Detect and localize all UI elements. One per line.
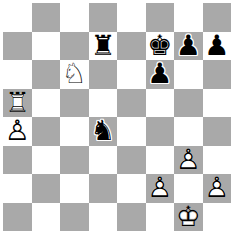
square-g3[interactable]: ♟♙ — [174, 146, 203, 175]
square-h2[interactable]: ♟♙ — [203, 174, 232, 203]
square-d7[interactable]: ♜ — [89, 32, 118, 61]
square-h3[interactable] — [203, 146, 232, 175]
square-c1[interactable] — [60, 203, 89, 232]
square-a6[interactable] — [3, 60, 32, 89]
white-pawn[interactable]: ♟♙ — [174, 146, 203, 175]
square-f3[interactable] — [146, 146, 175, 175]
square-c3[interactable] — [60, 146, 89, 175]
square-d1[interactable] — [89, 203, 118, 232]
square-d3[interactable] — [89, 146, 118, 175]
chess-diagram: ♜♚♟♟♞♘♟♜♖♟♙♞♟♙♟♙♟♙♚♔ — [0, 0, 234, 234]
piece-outline-glyph: ♙ — [204, 174, 229, 202]
square-e1[interactable] — [117, 203, 146, 232]
square-b4[interactable] — [32, 117, 61, 146]
square-h7[interactable]: ♟ — [203, 32, 232, 61]
square-d2[interactable] — [89, 174, 118, 203]
square-f7[interactable]: ♚ — [146, 32, 175, 61]
square-c7[interactable] — [60, 32, 89, 61]
square-b1[interactable] — [32, 203, 61, 232]
piece-glyph: ♞ — [90, 117, 115, 145]
square-a8[interactable] — [3, 3, 32, 32]
square-d4[interactable]: ♞ — [89, 117, 118, 146]
black-pawn[interactable]: ♟ — [203, 32, 232, 61]
square-d5[interactable] — [89, 89, 118, 118]
black-king[interactable]: ♚ — [146, 32, 175, 61]
square-b7[interactable] — [32, 32, 61, 61]
piece-outline-glyph: ♙ — [5, 117, 30, 145]
black-rook[interactable]: ♜ — [89, 32, 118, 61]
square-b5[interactable] — [32, 89, 61, 118]
square-a3[interactable] — [3, 146, 32, 175]
square-g8[interactable] — [174, 3, 203, 32]
square-c8[interactable] — [60, 3, 89, 32]
square-g1[interactable]: ♚♔ — [174, 203, 203, 232]
square-b3[interactable] — [32, 146, 61, 175]
piece-glyph: ♚ — [147, 32, 172, 60]
square-e4[interactable] — [117, 117, 146, 146]
white-pawn[interactable]: ♟♙ — [203, 174, 232, 203]
square-c6[interactable]: ♞♘ — [60, 60, 89, 89]
piece-outline-glyph: ♘ — [62, 60, 87, 88]
white-pawn[interactable]: ♟♙ — [146, 174, 175, 203]
square-e7[interactable] — [117, 32, 146, 61]
square-g6[interactable] — [174, 60, 203, 89]
square-b6[interactable] — [32, 60, 61, 89]
square-e3[interactable] — [117, 146, 146, 175]
square-a5[interactable]: ♜♖ — [3, 89, 32, 118]
piece-outline-glyph: ♙ — [147, 174, 172, 202]
white-pawn[interactable]: ♟♙ — [3, 117, 32, 146]
piece-glyph: ♟ — [176, 32, 201, 60]
square-g2[interactable] — [174, 174, 203, 203]
square-g7[interactable]: ♟ — [174, 32, 203, 61]
black-pawn[interactable]: ♟ — [146, 60, 175, 89]
square-g5[interactable] — [174, 89, 203, 118]
piece-outline-glyph: ♔ — [176, 203, 201, 231]
square-d8[interactable] — [89, 3, 118, 32]
square-f8[interactable] — [146, 3, 175, 32]
square-a7[interactable] — [3, 32, 32, 61]
square-e5[interactable] — [117, 89, 146, 118]
square-f1[interactable] — [146, 203, 175, 232]
black-pawn[interactable]: ♟ — [174, 32, 203, 61]
piece-outline-glyph: ♙ — [176, 146, 201, 174]
white-king[interactable]: ♚♔ — [174, 203, 203, 232]
chess-board: ♜♚♟♟♞♘♟♜♖♟♙♞♟♙♟♙♟♙♚♔ — [3, 3, 231, 231]
square-b8[interactable] — [32, 3, 61, 32]
square-h5[interactable] — [203, 89, 232, 118]
black-knight[interactable]: ♞ — [89, 117, 118, 146]
square-h6[interactable] — [203, 60, 232, 89]
square-b2[interactable] — [32, 174, 61, 203]
square-c2[interactable] — [60, 174, 89, 203]
square-h1[interactable] — [203, 203, 232, 232]
piece-glyph: ♜ — [90, 32, 115, 60]
square-f2[interactable]: ♟♙ — [146, 174, 175, 203]
square-c4[interactable] — [60, 117, 89, 146]
square-a1[interactable] — [3, 203, 32, 232]
square-h8[interactable] — [203, 3, 232, 32]
square-f4[interactable] — [146, 117, 175, 146]
square-c5[interactable] — [60, 89, 89, 118]
square-a2[interactable] — [3, 174, 32, 203]
white-rook[interactable]: ♜♖ — [3, 89, 32, 118]
piece-glyph: ♟ — [147, 60, 172, 88]
square-f5[interactable] — [146, 89, 175, 118]
piece-outline-glyph: ♖ — [5, 89, 30, 117]
white-knight[interactable]: ♞♘ — [60, 60, 89, 89]
square-f6[interactable]: ♟ — [146, 60, 175, 89]
square-e6[interactable] — [117, 60, 146, 89]
square-h4[interactable] — [203, 117, 232, 146]
square-a4[interactable]: ♟♙ — [3, 117, 32, 146]
square-e2[interactable] — [117, 174, 146, 203]
square-g4[interactable] — [174, 117, 203, 146]
square-d6[interactable] — [89, 60, 118, 89]
piece-glyph: ♟ — [204, 32, 229, 60]
square-e8[interactable] — [117, 3, 146, 32]
